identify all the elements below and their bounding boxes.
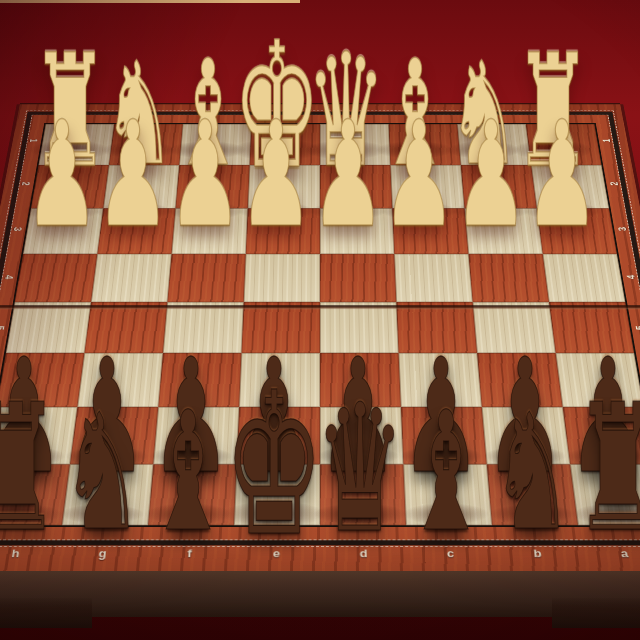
square-f6 — [158, 353, 241, 407]
square-e8 — [234, 464, 320, 525]
square-b3 — [465, 208, 543, 254]
rank-label-7: 7 — [0, 435, 17, 444]
square-g8 — [62, 464, 153, 525]
square-b2 — [461, 165, 537, 208]
file-label-g: g — [58, 547, 146, 560]
square-e2 — [248, 165, 320, 208]
file-label-d: d — [320, 547, 407, 560]
square-b8 — [487, 464, 578, 525]
file-labels-row: hgfedcba — [0, 547, 640, 560]
square-e5 — [241, 302, 320, 353]
rank-label-4: 4 — [0, 273, 43, 281]
square-f2 — [175, 165, 249, 208]
board-box-front-edge — [0, 565, 640, 617]
board-grid — [0, 124, 640, 525]
file-label-a: a — [580, 547, 640, 560]
square-e7 — [237, 407, 320, 464]
inner-border-line — [0, 123, 640, 527]
square-g1 — [109, 124, 183, 165]
box-foot-left — [0, 598, 92, 628]
square-a8 — [570, 464, 640, 525]
square-f8 — [148, 464, 237, 525]
square-c8 — [403, 464, 492, 525]
square-c7 — [401, 407, 487, 464]
square-c3 — [392, 208, 468, 254]
folding-hinge-seam — [0, 305, 640, 309]
square-h8 — [0, 464, 70, 525]
rank-label-6: 6 — [614, 378, 640, 387]
square-e6 — [239, 353, 320, 407]
product-photo-scene: 12345678 12345678 hgfedcba ♜♞♝♚♛♝♞♜♟♟♟♟♟… — [0, 0, 640, 640]
square-g6 — [77, 353, 163, 407]
square-c6 — [399, 353, 482, 407]
square-d3 — [320, 208, 394, 254]
rank-label-1: 1 — [2, 137, 65, 143]
square-g7 — [70, 407, 158, 464]
square-e4 — [244, 254, 320, 302]
square-f5 — [163, 302, 244, 353]
square-g3 — [97, 208, 175, 254]
rank-label-5: 5 — [0, 324, 35, 332]
top-edge-gold-strip — [0, 0, 300, 3]
file-label-b: b — [493, 547, 581, 560]
square-b6 — [477, 353, 563, 407]
square-c5 — [396, 302, 477, 353]
rank-label-6: 6 — [0, 378, 26, 387]
square-b4 — [468, 254, 549, 302]
square-d2 — [320, 165, 392, 208]
square-f3 — [172, 208, 248, 254]
rank-label-2: 2 — [0, 180, 58, 187]
square-e3 — [246, 208, 320, 254]
square-b1 — [457, 124, 531, 165]
square-d7 — [320, 407, 403, 464]
square-a1 — [526, 124, 602, 165]
square-c4 — [394, 254, 472, 302]
coordinate-strip: 12345678 12345678 — [0, 115, 640, 541]
rank-label-8: 8 — [633, 495, 640, 505]
square-g4 — [91, 254, 172, 302]
rank-label-2: 2 — [582, 180, 640, 187]
file-label-h: h — [0, 547, 60, 560]
rank-label-3: 3 — [0, 225, 50, 232]
square-d5 — [320, 302, 399, 353]
rank-label-5: 5 — [605, 324, 640, 332]
file-label-f: f — [145, 547, 233, 560]
square-f1 — [179, 124, 251, 165]
square-d6 — [320, 353, 401, 407]
box-foot-right — [552, 598, 640, 628]
rank-label-4: 4 — [597, 273, 640, 281]
file-label-c: c — [407, 547, 495, 560]
square-b7 — [482, 407, 570, 464]
square-e1 — [250, 124, 320, 165]
square-d1 — [320, 124, 390, 165]
square-c2 — [390, 165, 464, 208]
file-label-e: e — [233, 547, 320, 560]
chess-board: 12345678 12345678 hgfedcba — [0, 104, 640, 571]
square-g5 — [84, 302, 167, 353]
square-b5 — [473, 302, 556, 353]
square-h1 — [38, 124, 114, 165]
square-c1 — [389, 124, 461, 165]
square-f7 — [153, 407, 239, 464]
pinstripe-band: 12345678 12345678 — [0, 112, 640, 546]
rank-label-7: 7 — [623, 435, 640, 444]
rank-label-3: 3 — [590, 225, 640, 232]
rank-label-1: 1 — [575, 137, 638, 143]
board-frame: 12345678 12345678 hgfedcba — [0, 104, 640, 571]
square-f4 — [167, 254, 245, 302]
square-d8 — [320, 464, 406, 525]
square-d4 — [320, 254, 396, 302]
square-g2 — [103, 165, 179, 208]
